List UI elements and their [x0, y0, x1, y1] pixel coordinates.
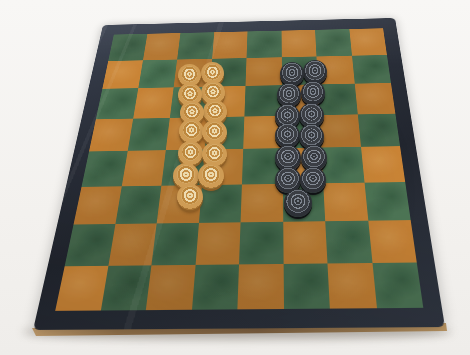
light-checker-piece [179, 119, 204, 144]
dark-checker-piece [300, 167, 326, 193]
light-checker-piece [198, 163, 224, 189]
pieces-layer [0, 0, 470, 355]
dark-checker-piece [301, 81, 325, 105]
dark-checker-piece [275, 123, 300, 148]
dark-checker-piece [284, 189, 312, 217]
light-checker-piece [178, 141, 203, 166]
light-checker-piece [202, 120, 227, 145]
photo-scene [0, 0, 470, 355]
light-checker-piece [177, 184, 203, 210]
